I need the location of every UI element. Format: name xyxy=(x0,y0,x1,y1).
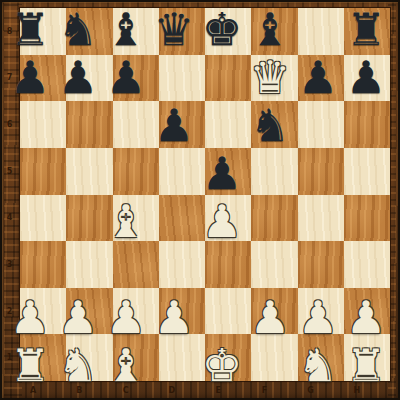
white-knight-b1[interactable]: ♞ xyxy=(54,342,102,390)
square-e6[interactable] xyxy=(205,101,251,148)
square-a4[interactable] xyxy=(20,195,66,242)
square-g5[interactable] xyxy=(298,148,344,195)
square-d7[interactable] xyxy=(159,55,205,102)
black-pawn-h7[interactable]: ♟ xyxy=(342,54,390,102)
white-pawn-c2[interactable]: ♟ xyxy=(102,294,150,342)
square-e7[interactable] xyxy=(205,55,251,102)
square-f3[interactable] xyxy=(251,241,297,288)
white-king-e1[interactable]: ♚ xyxy=(198,342,246,390)
square-g8[interactable] xyxy=(298,8,344,55)
square-e3[interactable] xyxy=(205,241,251,288)
square-a6[interactable] xyxy=(20,101,66,148)
black-bishop-c8[interactable]: ♝ xyxy=(102,6,150,54)
square-g4[interactable] xyxy=(298,195,344,242)
white-bishop-c4[interactable]: ♝ xyxy=(102,198,150,246)
black-pawn-g7[interactable]: ♟ xyxy=(294,54,342,102)
black-pawn-b7[interactable]: ♟ xyxy=(54,54,102,102)
square-h3[interactable] xyxy=(344,241,390,288)
square-f4[interactable] xyxy=(251,195,297,242)
file-label-f: F xyxy=(241,381,287,400)
square-a3[interactable] xyxy=(20,241,66,288)
black-king-e8[interactable]: ♚ xyxy=(198,6,246,54)
white-pawn-g2[interactable]: ♟ xyxy=(294,294,342,342)
white-pawn-a2[interactable]: ♟ xyxy=(6,294,54,342)
white-pawn-h2[interactable]: ♟ xyxy=(342,294,390,342)
black-knight-f6[interactable]: ♞ xyxy=(246,102,294,150)
black-queen-d8[interactable]: ♛ xyxy=(150,6,198,54)
square-d3[interactable] xyxy=(159,241,205,288)
black-bishop-f8[interactable]: ♝ xyxy=(246,6,294,54)
rank-label-4: 4 xyxy=(0,195,19,242)
square-h6[interactable] xyxy=(344,101,390,148)
square-c5[interactable] xyxy=(113,148,159,195)
square-c3[interactable] xyxy=(113,241,159,288)
square-h4[interactable] xyxy=(344,195,390,242)
square-e2[interactable] xyxy=(205,288,251,335)
chess-board: 87654321 ABCDEFGH ♜♞♝♛♚♝♜♟♟♟♛♟♟♟♞♟♝♟♟♟♟♟… xyxy=(0,0,400,400)
black-pawn-a7[interactable]: ♟ xyxy=(6,54,54,102)
white-rook-a1[interactable]: ♜ xyxy=(6,342,54,390)
square-f5[interactable] xyxy=(251,148,297,195)
square-h5[interactable] xyxy=(344,148,390,195)
square-b5[interactable] xyxy=(66,148,112,195)
white-pawn-e4[interactable]: ♟ xyxy=(198,198,246,246)
square-g6[interactable] xyxy=(298,101,344,148)
white-pawn-f2[interactable]: ♟ xyxy=(246,294,294,342)
black-rook-a8[interactable]: ♜ xyxy=(6,6,54,54)
white-pawn-b2[interactable]: ♟ xyxy=(54,294,102,342)
rank-label-3: 3 xyxy=(0,241,19,288)
rank-label-6: 6 xyxy=(0,101,19,148)
white-bishop-c1[interactable]: ♝ xyxy=(102,342,150,390)
white-pawn-d2[interactable]: ♟ xyxy=(150,294,198,342)
square-g3[interactable] xyxy=(298,241,344,288)
black-knight-b8[interactable]: ♞ xyxy=(54,6,102,54)
file-label-d: D xyxy=(149,381,195,400)
rank-label-5: 5 xyxy=(0,148,19,195)
black-pawn-e5[interactable]: ♟ xyxy=(198,150,246,198)
black-pawn-c7[interactable]: ♟ xyxy=(102,54,150,102)
white-queen-f7[interactable]: ♛ xyxy=(246,54,294,102)
white-knight-g1[interactable]: ♞ xyxy=(294,342,342,390)
black-rook-h8[interactable]: ♜ xyxy=(342,6,390,54)
square-a5[interactable] xyxy=(20,148,66,195)
white-rook-h1[interactable]: ♜ xyxy=(342,342,390,390)
square-b3[interactable] xyxy=(66,241,112,288)
square-b6[interactable] xyxy=(66,101,112,148)
black-pawn-d6[interactable]: ♟ xyxy=(150,102,198,150)
